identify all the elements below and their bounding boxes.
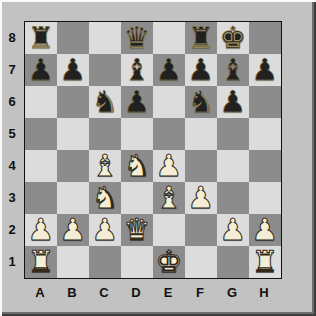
square-d4[interactable]: ♞ xyxy=(121,150,153,182)
square-g1[interactable] xyxy=(217,246,249,278)
square-h5[interactable] xyxy=(249,118,281,150)
black-rook: ♜ xyxy=(28,22,55,54)
square-d8[interactable]: ♛ xyxy=(121,22,153,54)
black-bishop: ♝ xyxy=(220,54,247,86)
square-a1[interactable]: ♜ xyxy=(25,246,57,278)
square-h1[interactable]: ♜ xyxy=(249,246,281,278)
chess-board[interactable]: ♜♛♜♚♟♟♝♟♟♝♟♞♟♞♟♝♞♟♞♝♟♟♟♟♛♟♟♜♚♜ xyxy=(24,21,282,279)
rank-label-3: 3 xyxy=(0,181,24,213)
white-pawn: ♟ xyxy=(92,214,119,246)
square-a3[interactable] xyxy=(25,182,57,214)
square-e6[interactable] xyxy=(153,86,185,118)
white-pawn: ♟ xyxy=(156,150,183,182)
white-pawn: ♟ xyxy=(28,214,55,246)
square-b8[interactable] xyxy=(57,22,89,54)
white-bishop: ♝ xyxy=(156,182,183,214)
square-c2[interactable]: ♟ xyxy=(89,214,121,246)
square-b5[interactable] xyxy=(57,118,89,150)
white-bishop: ♝ xyxy=(92,150,119,182)
white-pawn: ♟ xyxy=(252,214,279,246)
square-b6[interactable] xyxy=(57,86,89,118)
square-b1[interactable] xyxy=(57,246,89,278)
square-f8[interactable]: ♜ xyxy=(185,22,217,54)
square-g6[interactable]: ♟ xyxy=(217,86,249,118)
rank-label-6: 6 xyxy=(0,85,24,117)
white-rook: ♜ xyxy=(252,246,279,278)
square-h7[interactable]: ♟ xyxy=(249,54,281,86)
black-pawn: ♟ xyxy=(124,86,151,118)
square-g5[interactable] xyxy=(217,118,249,150)
square-a7[interactable]: ♟ xyxy=(25,54,57,86)
rank-label-8: 8 xyxy=(0,21,24,53)
white-queen: ♛ xyxy=(124,214,151,246)
square-h2[interactable]: ♟ xyxy=(249,214,281,246)
black-knight: ♞ xyxy=(188,86,215,118)
file-label-a: A xyxy=(24,279,56,305)
square-a8[interactable]: ♜ xyxy=(25,22,57,54)
square-e5[interactable] xyxy=(153,118,185,150)
chess-diagram: 87654321 ♜♛♜♚♟♟♝♟♟♝♟♞♟♞♟♝♞♟♞♝♟♟♟♟♛♟♟♜♚♜ … xyxy=(0,0,316,316)
square-f7[interactable]: ♟ xyxy=(185,54,217,86)
square-f2[interactable] xyxy=(185,214,217,246)
square-d6[interactable]: ♟ xyxy=(121,86,153,118)
white-knight: ♞ xyxy=(124,150,151,182)
square-b4[interactable] xyxy=(57,150,89,182)
square-a2[interactable]: ♟ xyxy=(25,214,57,246)
square-c5[interactable] xyxy=(89,118,121,150)
square-g7[interactable]: ♝ xyxy=(217,54,249,86)
square-d7[interactable]: ♝ xyxy=(121,54,153,86)
rank-label-7: 7 xyxy=(0,53,24,85)
white-pawn: ♟ xyxy=(220,214,247,246)
square-f3[interactable]: ♟ xyxy=(185,182,217,214)
black-rook: ♜ xyxy=(188,22,215,54)
black-bishop: ♝ xyxy=(124,54,151,86)
square-c1[interactable] xyxy=(89,246,121,278)
square-e3[interactable]: ♝ xyxy=(153,182,185,214)
square-g4[interactable] xyxy=(217,150,249,182)
square-e1[interactable]: ♚ xyxy=(153,246,185,278)
square-d3[interactable] xyxy=(121,182,153,214)
square-f1[interactable] xyxy=(185,246,217,278)
rank-label-5: 5 xyxy=(0,117,24,149)
square-a4[interactable] xyxy=(25,150,57,182)
square-f6[interactable]: ♞ xyxy=(185,86,217,118)
square-c7[interactable] xyxy=(89,54,121,86)
square-c8[interactable] xyxy=(89,22,121,54)
black-pawn: ♟ xyxy=(220,86,247,118)
black-pawn: ♟ xyxy=(188,54,215,86)
square-a5[interactable] xyxy=(25,118,57,150)
file-label-g: G xyxy=(216,279,248,305)
square-f4[interactable] xyxy=(185,150,217,182)
square-b2[interactable]: ♟ xyxy=(57,214,89,246)
square-h6[interactable] xyxy=(249,86,281,118)
square-c4[interactable]: ♝ xyxy=(89,150,121,182)
square-e7[interactable]: ♟ xyxy=(153,54,185,86)
square-d1[interactable] xyxy=(121,246,153,278)
square-e8[interactable] xyxy=(153,22,185,54)
black-king: ♚ xyxy=(220,22,247,54)
rank-label-2: 2 xyxy=(0,213,24,245)
square-h8[interactable] xyxy=(249,22,281,54)
black-queen: ♛ xyxy=(124,22,151,54)
square-c6[interactable]: ♞ xyxy=(89,86,121,118)
file-label-c: C xyxy=(88,279,120,305)
rank-labels: 87654321 xyxy=(0,21,24,277)
file-label-f: F xyxy=(184,279,216,305)
white-rook: ♜ xyxy=(28,246,55,278)
file-label-d: D xyxy=(120,279,152,305)
white-pawn: ♟ xyxy=(188,182,215,214)
square-g8[interactable]: ♚ xyxy=(217,22,249,54)
square-h4[interactable] xyxy=(249,150,281,182)
rank-label-4: 4 xyxy=(0,149,24,181)
black-pawn: ♟ xyxy=(28,54,55,86)
file-label-b: B xyxy=(56,279,88,305)
square-e2[interactable] xyxy=(153,214,185,246)
file-labels: ABCDEFGH xyxy=(24,279,280,305)
file-label-e: E xyxy=(152,279,184,305)
square-a6[interactable] xyxy=(25,86,57,118)
square-d5[interactable] xyxy=(121,118,153,150)
white-king: ♚ xyxy=(156,246,183,278)
black-pawn: ♟ xyxy=(252,54,279,86)
black-pawn: ♟ xyxy=(60,54,87,86)
square-f5[interactable] xyxy=(185,118,217,150)
black-pawn: ♟ xyxy=(156,54,183,86)
square-g3[interactable] xyxy=(217,182,249,214)
rank-label-1: 1 xyxy=(0,245,24,277)
black-knight: ♞ xyxy=(92,86,119,118)
square-g2[interactable]: ♟ xyxy=(217,214,249,246)
square-b7[interactable]: ♟ xyxy=(57,54,89,86)
square-c3[interactable]: ♞ xyxy=(89,182,121,214)
square-e4[interactable]: ♟ xyxy=(153,150,185,182)
file-label-h: H xyxy=(248,279,280,305)
square-b3[interactable] xyxy=(57,182,89,214)
white-knight: ♞ xyxy=(92,182,119,214)
square-h3[interactable] xyxy=(249,182,281,214)
white-pawn: ♟ xyxy=(60,214,87,246)
square-d2[interactable]: ♛ xyxy=(121,214,153,246)
